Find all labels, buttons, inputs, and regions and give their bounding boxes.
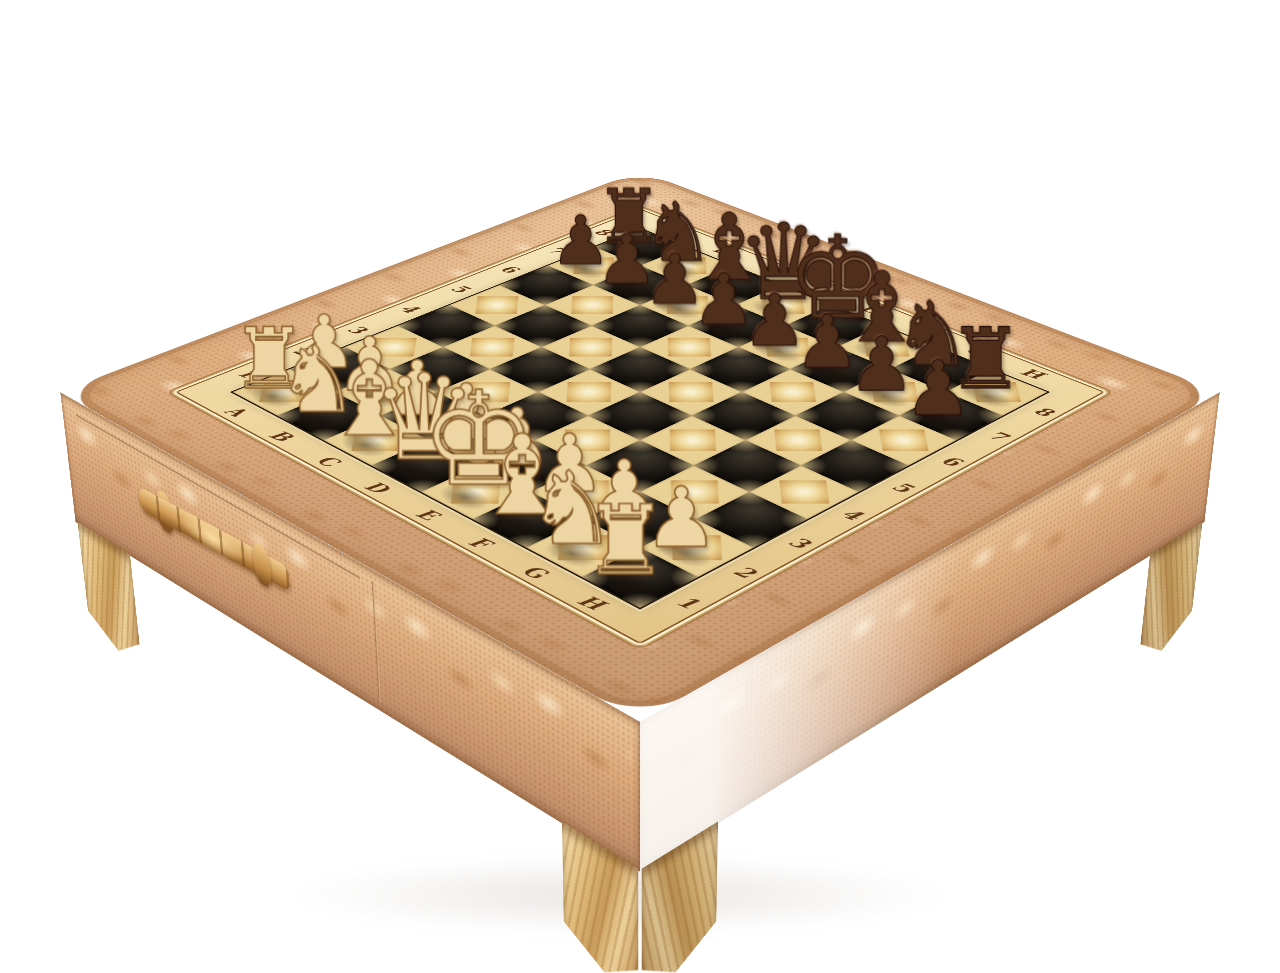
leg-near-corner-west-face: [562, 821, 638, 973]
white-rook-icon: ♜: [583, 497, 665, 585]
board-top-face: ABCDEFGH ABCDEFGH 12345678 12345678 ♜♞♝♛…: [60, 171, 1220, 722]
leg-front-left-corner: [77, 522, 141, 667]
black-pawn-icon: ♟: [901, 353, 975, 423]
handle-knob-right: [251, 539, 272, 589]
product-photo-scene: ABCDEFGH ABCDEFGH 12345678 12345678 ♜♞♝♛…: [0, 0, 1280, 973]
